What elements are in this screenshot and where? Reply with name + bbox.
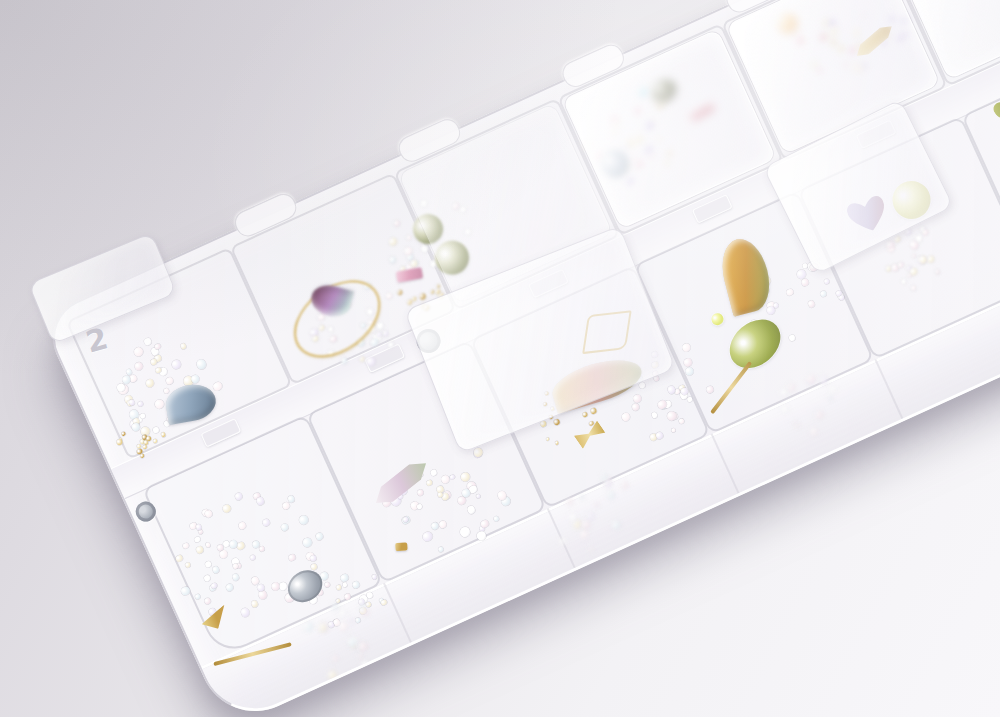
scene: 2	[0, 0, 1000, 717]
crystal-bead	[377, 659, 383, 665]
rhinestone-organizer-box: 2	[40, 0, 1000, 717]
gold-chip	[395, 542, 408, 551]
crystal-bead	[348, 671, 355, 678]
